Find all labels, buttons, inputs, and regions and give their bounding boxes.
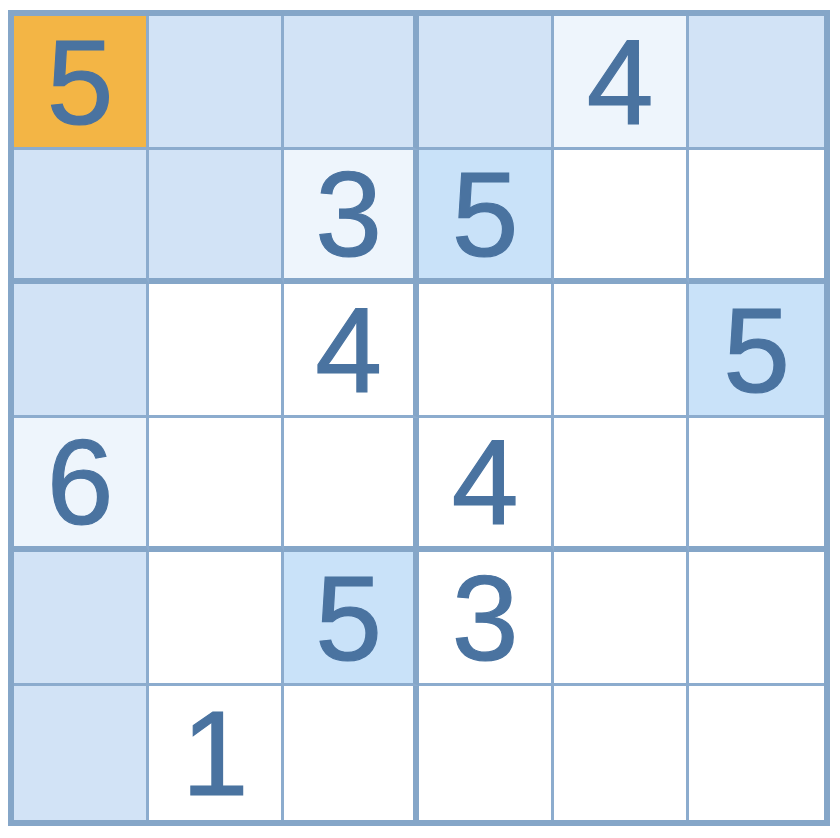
- cell-r6c6[interactable]: [689, 686, 824, 820]
- cell-r4c6[interactable]: [689, 418, 824, 552]
- cell-r6c1[interactable]: [14, 686, 149, 820]
- sudoku-board: 54354564531: [8, 10, 830, 826]
- cell-r2c2[interactable]: [149, 150, 284, 284]
- sudoku-page: 54354564531: [0, 0, 840, 838]
- cell-r3c1[interactable]: [14, 284, 149, 418]
- cell-r4c1[interactable]: 6: [14, 418, 149, 552]
- cell-r1c4[interactable]: [419, 16, 554, 150]
- cell-r5c2[interactable]: [149, 552, 284, 686]
- cell-r4c4[interactable]: 4: [419, 418, 554, 552]
- cell-r6c3[interactable]: [284, 686, 419, 820]
- cell-r5c6[interactable]: [689, 552, 824, 686]
- cell-r3c2[interactable]: [149, 284, 284, 418]
- cell-r6c2[interactable]: 1: [149, 686, 284, 820]
- cell-r2c5[interactable]: [554, 150, 689, 284]
- cell-r5c1[interactable]: [14, 552, 149, 686]
- cell-r5c4[interactable]: 3: [419, 552, 554, 686]
- cell-r4c2[interactable]: [149, 418, 284, 552]
- cell-r2c1[interactable]: [14, 150, 149, 284]
- cell-r1c3[interactable]: [284, 16, 419, 150]
- cell-r3c6[interactable]: 5: [689, 284, 824, 418]
- cell-r6c5[interactable]: [554, 686, 689, 820]
- cell-r1c5[interactable]: 4: [554, 16, 689, 150]
- cell-r6c4[interactable]: [419, 686, 554, 820]
- cell-r3c3[interactable]: 4: [284, 284, 419, 418]
- cell-r1c1[interactable]: 5: [14, 16, 149, 150]
- cell-r3c4[interactable]: [419, 284, 554, 418]
- cell-r5c5[interactable]: [554, 552, 689, 686]
- cell-r4c3[interactable]: [284, 418, 419, 552]
- cell-r5c3[interactable]: 5: [284, 552, 419, 686]
- cell-r1c2[interactable]: [149, 16, 284, 150]
- cell-r2c4[interactable]: 5: [419, 150, 554, 284]
- cell-r2c3[interactable]: 3: [284, 150, 419, 284]
- cell-r2c6[interactable]: [689, 150, 824, 284]
- cell-r4c5[interactable]: [554, 418, 689, 552]
- cell-r1c6[interactable]: [689, 16, 824, 150]
- cell-r3c5[interactable]: [554, 284, 689, 418]
